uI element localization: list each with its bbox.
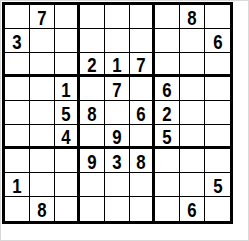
given-digit: 7 <box>136 53 145 75</box>
cell-r6c7: 5 <box>155 125 180 149</box>
cell-r9c2: 8 <box>30 197 55 221</box>
cell-r1c1[interactable] <box>5 5 30 29</box>
cell-r4c9[interactable] <box>205 77 230 101</box>
cell-r7c7[interactable] <box>155 149 180 173</box>
cell-r2c6[interactable] <box>130 29 155 53</box>
cell-r9c3[interactable] <box>55 197 80 221</box>
cell-r8c9: 5 <box>205 173 230 197</box>
cell-r3c6: 7 <box>130 53 155 77</box>
cell-r8c8[interactable] <box>180 173 205 197</box>
given-digit: 6 <box>213 30 222 52</box>
cell-r3c7[interactable] <box>155 53 180 77</box>
cell-r7c4: 9 <box>80 149 105 173</box>
cell-r4c2[interactable] <box>30 77 55 101</box>
cell-r1c3[interactable] <box>55 5 80 29</box>
cell-r8c4[interactable] <box>80 173 105 197</box>
cell-r5c2[interactable] <box>30 101 55 125</box>
cell-r2c9: 6 <box>205 29 230 53</box>
cell-r9c7[interactable] <box>155 197 180 221</box>
cell-r5c1[interactable] <box>5 101 30 125</box>
given-digit: 6 <box>136 102 145 124</box>
cell-r2c1: 3 <box>5 29 30 53</box>
cell-r5c7: 2 <box>155 101 180 125</box>
cell-r7c6: 8 <box>130 149 155 173</box>
cell-r7c1[interactable] <box>5 149 30 173</box>
given-digit: 8 <box>87 102 96 124</box>
cell-r1c7[interactable] <box>155 5 180 29</box>
cell-r7c2[interactable] <box>30 149 55 173</box>
cell-r6c1[interactable] <box>5 125 30 149</box>
cell-r8c1: 1 <box>5 173 30 197</box>
given-digit: 8 <box>37 198 46 220</box>
cell-r5c9[interactable] <box>205 101 230 125</box>
given-digit: 1 <box>61 78 70 100</box>
given-digit: 2 <box>162 102 171 124</box>
cell-r3c8[interactable] <box>180 53 205 77</box>
cell-r2c7[interactable] <box>155 29 180 53</box>
given-digit: 3 <box>112 150 121 172</box>
cell-r4c7: 6 <box>155 77 180 101</box>
given-digit: 6 <box>187 198 196 220</box>
given-digit: 2 <box>87 53 96 75</box>
cell-r7c8[interactable] <box>180 149 205 173</box>
cell-r1c9[interactable] <box>205 5 230 29</box>
cell-r8c2[interactable] <box>30 173 55 197</box>
cell-r6c9[interactable] <box>205 125 230 149</box>
cell-r5c5[interactable] <box>105 101 130 125</box>
sudoku-image: 783621717658624959381586 <box>0 0 249 241</box>
cell-r7c5: 3 <box>105 149 130 173</box>
cell-r2c3[interactable] <box>55 29 80 53</box>
sudoku-board: 783621717658624959381586 <box>2 2 233 224</box>
cell-r9c5[interactable] <box>105 197 130 221</box>
cell-r5c6: 6 <box>130 101 155 125</box>
cell-r9c8: 6 <box>180 197 205 221</box>
cell-r9c6[interactable] <box>130 197 155 221</box>
cell-r1c4[interactable] <box>80 5 105 29</box>
cell-r9c4[interactable] <box>80 197 105 221</box>
margin-gridline-left <box>0 0 1 241</box>
cell-r4c8[interactable] <box>180 77 205 101</box>
cell-r3c1[interactable] <box>5 53 30 77</box>
given-digit: 8 <box>136 150 145 172</box>
cell-r3c3[interactable] <box>55 53 80 77</box>
given-digit: 4 <box>61 125 70 147</box>
margin-gridline-right <box>248 0 249 241</box>
cell-r2c8[interactable] <box>180 29 205 53</box>
cell-r6c6[interactable] <box>130 125 155 149</box>
cell-r2c5[interactable] <box>105 29 130 53</box>
cell-r6c5: 9 <box>105 125 130 149</box>
given-digit: 1 <box>12 174 21 196</box>
cell-r4c5: 7 <box>105 77 130 101</box>
cell-r6c3: 4 <box>55 125 80 149</box>
cell-r8c6[interactable] <box>130 173 155 197</box>
cell-r6c8[interactable] <box>180 125 205 149</box>
cell-r5c8[interactable] <box>180 101 205 125</box>
cell-r3c4: 2 <box>80 53 105 77</box>
given-digit: 5 <box>162 125 171 147</box>
cell-r5c4: 8 <box>80 101 105 125</box>
given-digit: 7 <box>112 78 121 100</box>
cell-r9c9[interactable] <box>205 197 230 221</box>
cell-r6c2[interactable] <box>30 125 55 149</box>
cell-r8c3[interactable] <box>55 173 80 197</box>
cell-r2c4[interactable] <box>80 29 105 53</box>
cell-r1c8: 8 <box>180 5 205 29</box>
cell-r5c3: 5 <box>55 101 80 125</box>
cell-r7c9[interactable] <box>205 149 230 173</box>
cell-r3c2[interactable] <box>30 53 55 77</box>
margin-gridline-top <box>0 0 249 1</box>
cell-r2c2[interactable] <box>30 29 55 53</box>
cell-r9c1[interactable] <box>5 197 30 221</box>
given-digit: 6 <box>162 78 171 100</box>
cell-r4c3: 1 <box>55 77 80 101</box>
cell-r1c2: 7 <box>30 5 55 29</box>
given-digit: 1 <box>112 53 121 75</box>
cell-r3c5: 1 <box>105 53 130 77</box>
cell-r3c9[interactable] <box>205 53 230 77</box>
cell-r4c6[interactable] <box>130 77 155 101</box>
given-digit: 7 <box>37 6 46 28</box>
cell-r8c7[interactable] <box>155 173 180 197</box>
given-digit: 5 <box>61 102 70 124</box>
cell-r7c3[interactable] <box>55 149 80 173</box>
given-digit: 9 <box>112 125 121 147</box>
cell-r4c4[interactable] <box>80 77 105 101</box>
cell-r4c1[interactable] <box>5 77 30 101</box>
cell-r1c5[interactable] <box>105 5 130 29</box>
cell-r1c6[interactable] <box>130 5 155 29</box>
given-digit: 3 <box>12 30 21 52</box>
cell-r8c5[interactable] <box>105 173 130 197</box>
cell-r6c4[interactable] <box>80 125 105 149</box>
given-digit: 8 <box>187 6 196 28</box>
given-digit: 9 <box>87 150 96 172</box>
given-digit: 5 <box>213 174 222 196</box>
